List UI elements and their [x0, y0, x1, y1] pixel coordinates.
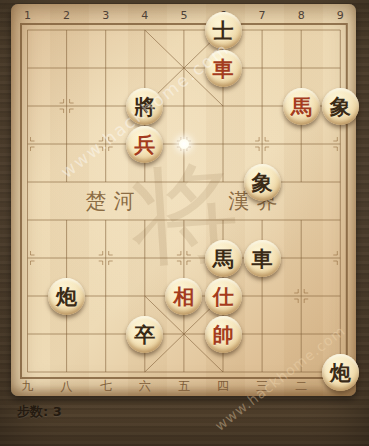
game-screen: 将 楚河 漢界 123456789 九八七六五四三二一 士車將馬象兵象馬車炮相仕… — [0, 0, 369, 446]
move-highlight-dot[interactable] — [178, 139, 189, 150]
piece-black-將[interactable]: 將 — [126, 88, 163, 125]
piece-black-士[interactable]: 士 — [205, 12, 242, 49]
piece-red-兵[interactable]: 兵 — [126, 126, 163, 163]
piece-red-馬[interactable]: 馬 — [283, 88, 320, 125]
step-counter-value: 3 — [53, 404, 62, 419]
piece-black-象[interactable]: 象 — [322, 88, 359, 125]
step-counter-label: 步数: — [17, 404, 48, 419]
piece-black-卒[interactable]: 卒 — [126, 316, 163, 353]
piece-red-仕[interactable]: 仕 — [205, 278, 242, 315]
piece-red-相[interactable]: 相 — [165, 278, 202, 315]
piece-red-車[interactable]: 車 — [205, 50, 242, 87]
piece-black-車[interactable]: 車 — [244, 240, 281, 277]
piece-black-炮[interactable]: 炮 — [322, 354, 359, 391]
step-counter: 步数: 3 — [17, 403, 62, 421]
piece-black-炮[interactable]: 炮 — [48, 278, 85, 315]
piece-black-象[interactable]: 象 — [244, 164, 281, 201]
piece-black-馬[interactable]: 馬 — [205, 240, 242, 277]
xiangqi-board[interactable] — [11, 4, 356, 396]
piece-red-帥[interactable]: 帥 — [205, 316, 242, 353]
